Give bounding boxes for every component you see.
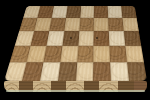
checkerboard-grid	[4, 6, 147, 81]
board-square	[109, 31, 126, 46]
board-square	[94, 46, 111, 63]
board-square	[93, 62, 111, 81]
board-square	[60, 46, 78, 63]
board-square	[64, 18, 80, 31]
board-square	[79, 18, 94, 31]
board-square	[122, 18, 138, 31]
checkerboard-top	[4, 6, 147, 81]
board-square	[66, 6, 81, 18]
board-square	[58, 62, 77, 81]
cutting-board-scene	[0, 0, 150, 100]
board-square	[94, 6, 108, 18]
board-square	[110, 62, 129, 81]
bottom-edge-highlight	[6, 90, 145, 92]
wood-knot	[70, 37, 72, 39]
board-square	[125, 46, 144, 63]
board-square	[77, 46, 94, 63]
board-square	[78, 31, 94, 46]
board-square	[94, 18, 109, 31]
wood-knot	[96, 37, 98, 39]
board-square	[108, 18, 124, 31]
board-square	[124, 31, 141, 46]
board-square	[127, 62, 147, 81]
board-square	[121, 6, 136, 18]
board-square	[80, 6, 94, 18]
board-square	[110, 46, 128, 63]
board-square	[76, 62, 94, 81]
board-square	[108, 6, 123, 18]
